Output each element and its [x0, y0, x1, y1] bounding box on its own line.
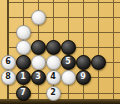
- white-stone-move-2: 2: [46, 86, 61, 101]
- black-stone: [61, 40, 76, 55]
- grid-vline-6: [98, 0, 99, 99]
- go-board: 658134972: [0, 0, 120, 104]
- black-stone-move-5: 5: [61, 55, 76, 70]
- black-stone-move-7: 7: [16, 86, 31, 101]
- board-bottom-edge-bevel: [0, 99, 120, 104]
- white-stone: [31, 10, 46, 25]
- white-stone-move-4: 4: [46, 70, 61, 85]
- black-stone: [76, 55, 91, 70]
- white-stone: [46, 55, 61, 70]
- white-stone: [61, 70, 76, 85]
- white-stone: [16, 40, 31, 55]
- white-stone: [16, 25, 31, 40]
- black-stone: [91, 55, 106, 70]
- black-stone-move-9: 9: [76, 70, 91, 85]
- white-stone-move-6: 6: [1, 55, 16, 70]
- white-stone-move-8: 8: [1, 70, 16, 85]
- black-stone-move-3: 3: [31, 70, 46, 85]
- black-stone: [16, 55, 31, 70]
- grid-vline-7: [113, 0, 114, 99]
- black-stone: [31, 40, 46, 55]
- white-stone: [31, 55, 46, 70]
- black-stone-move-1: 1: [16, 70, 31, 85]
- black-stone: [46, 40, 61, 55]
